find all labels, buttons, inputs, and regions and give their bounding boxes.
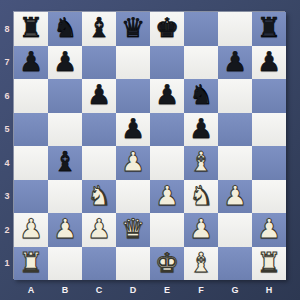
square-e7[interactable] — [150, 46, 184, 80]
square-f6[interactable]: ♞ — [184, 79, 218, 113]
square-d8[interactable]: ♛ — [116, 12, 150, 46]
square-h3[interactable] — [252, 180, 286, 214]
square-a2[interactable]: ♟ — [14, 213, 48, 247]
square-h7[interactable]: ♟ — [252, 46, 286, 80]
rank-label-7: 7 — [0, 46, 14, 80]
square-b4[interactable]: ♝ — [48, 146, 82, 180]
black-knight-b8[interactable]: ♞ — [53, 14, 77, 41]
black-pawn-h7[interactable]: ♟ — [257, 48, 281, 75]
file-label-b: B — [48, 281, 82, 298]
white-knight-f3[interactable]: ♞ — [189, 182, 213, 209]
white-pawn-a2[interactable]: ♟ — [19, 215, 43, 242]
square-d4[interactable]: ♟ — [116, 146, 150, 180]
square-f8[interactable] — [184, 12, 218, 46]
square-e3[interactable]: ♟ — [150, 180, 184, 214]
white-pawn-b2[interactable]: ♟ — [53, 215, 77, 242]
square-b7[interactable]: ♟ — [48, 46, 82, 80]
black-pawn-g7[interactable]: ♟ — [223, 48, 247, 75]
square-b1[interactable] — [48, 247, 82, 281]
black-pawn-a7[interactable]: ♟ — [19, 48, 43, 75]
square-f4[interactable]: ♝ — [184, 146, 218, 180]
black-bishop-c8[interactable]: ♝ — [87, 14, 111, 41]
square-a6[interactable] — [14, 79, 48, 113]
white-pawn-d4[interactable]: ♟ — [121, 148, 145, 175]
rank-label-3: 3 — [0, 180, 14, 214]
square-a8[interactable]: ♜ — [14, 12, 48, 46]
file-label-d: D — [116, 281, 150, 298]
white-bishop-f1[interactable]: ♝ — [189, 249, 213, 276]
white-pawn-e3[interactable]: ♟ — [155, 182, 179, 209]
square-e4[interactable] — [150, 146, 184, 180]
file-labels: ABCDEFGH — [14, 281, 286, 298]
square-g2[interactable] — [218, 213, 252, 247]
rank-label-6: 6 — [0, 79, 14, 113]
square-e6[interactable]: ♟ — [150, 79, 184, 113]
file-label-f: F — [184, 281, 218, 298]
square-e1[interactable]: ♚ — [150, 247, 184, 281]
file-label-g: G — [218, 281, 252, 298]
square-g4[interactable] — [218, 146, 252, 180]
white-rook-a1[interactable]: ♜ — [19, 249, 43, 276]
black-pawn-f5[interactable]: ♟ — [189, 115, 213, 142]
square-e2[interactable] — [150, 213, 184, 247]
white-rook-h1[interactable]: ♜ — [257, 249, 281, 276]
white-king-e1[interactable]: ♚ — [155, 249, 179, 276]
square-f7[interactable] — [184, 46, 218, 80]
square-h2[interactable]: ♟ — [252, 213, 286, 247]
rank-labels: 87654321 — [0, 12, 14, 280]
square-h6[interactable] — [252, 79, 286, 113]
square-b6[interactable] — [48, 79, 82, 113]
square-f5[interactable]: ♟ — [184, 113, 218, 147]
chess-board: ♜♞♝♛♚♜♟♟♟♟♟♟♞♟♟♝♟♝♞♟♞♟♟♟♟♛♟♟♜♚♝♜ — [14, 12, 286, 280]
white-knight-c3[interactable]: ♞ — [87, 182, 111, 209]
square-a3[interactable] — [14, 180, 48, 214]
file-label-h: H — [252, 281, 286, 298]
black-knight-f6[interactable]: ♞ — [189, 81, 213, 108]
rank-label-8: 8 — [0, 12, 14, 46]
square-d6[interactable] — [116, 79, 150, 113]
square-f3[interactable]: ♞ — [184, 180, 218, 214]
white-queen-d2[interactable]: ♛ — [121, 215, 145, 242]
square-c5[interactable] — [82, 113, 116, 147]
black-pawn-e6[interactable]: ♟ — [155, 81, 179, 108]
square-g3[interactable]: ♟ — [218, 180, 252, 214]
rank-label-4: 4 — [0, 146, 14, 180]
square-c3[interactable]: ♞ — [82, 180, 116, 214]
black-rook-h8[interactable]: ♜ — [257, 14, 281, 41]
file-label-c: C — [82, 281, 116, 298]
white-pawn-c2[interactable]: ♟ — [87, 215, 111, 242]
black-queen-d8[interactable]: ♛ — [121, 14, 145, 41]
square-d3[interactable] — [116, 180, 150, 214]
square-h8[interactable]: ♜ — [252, 12, 286, 46]
square-g7[interactable]: ♟ — [218, 46, 252, 80]
square-a7[interactable]: ♟ — [14, 46, 48, 80]
square-c2[interactable]: ♟ — [82, 213, 116, 247]
chess-diagram-frame: 87654321 ♜♞♝♛♚♜♟♟♟♟♟♟♞♟♟♝♟♝♞♟♞♟♟♟♟♛♟♟♜♚♝… — [0, 0, 300, 300]
square-g1[interactable] — [218, 247, 252, 281]
square-h1[interactable]: ♜ — [252, 247, 286, 281]
square-d1[interactable] — [116, 247, 150, 281]
square-h5[interactable] — [252, 113, 286, 147]
square-a1[interactable]: ♜ — [14, 247, 48, 281]
square-e5[interactable] — [150, 113, 184, 147]
white-bishop-f4[interactable]: ♝ — [189, 148, 213, 175]
black-pawn-d5[interactable]: ♟ — [121, 115, 145, 142]
square-d2[interactable]: ♛ — [116, 213, 150, 247]
square-b8[interactable]: ♞ — [48, 12, 82, 46]
square-d5[interactable]: ♟ — [116, 113, 150, 147]
square-g6[interactable] — [218, 79, 252, 113]
rank-label-2: 2 — [0, 213, 14, 247]
square-a5[interactable] — [14, 113, 48, 147]
black-pawn-b7[interactable]: ♟ — [53, 48, 77, 75]
square-c7[interactable] — [82, 46, 116, 80]
black-bishop-b4[interactable]: ♝ — [53, 148, 77, 175]
square-c6[interactable]: ♟ — [82, 79, 116, 113]
black-pawn-c6[interactable]: ♟ — [87, 81, 111, 108]
square-d7[interactable] — [116, 46, 150, 80]
square-c4[interactable] — [82, 146, 116, 180]
square-c1[interactable] — [82, 247, 116, 281]
square-b5[interactable] — [48, 113, 82, 147]
square-a4[interactable] — [14, 146, 48, 180]
rank-label-1: 1 — [0, 247, 14, 281]
square-h4[interactable] — [252, 146, 286, 180]
square-e8[interactable]: ♚ — [150, 12, 184, 46]
rank-label-5: 5 — [0, 113, 14, 147]
square-g5[interactable] — [218, 113, 252, 147]
square-f2[interactable]: ♟ — [184, 213, 218, 247]
black-rook-a8[interactable]: ♜ — [19, 14, 43, 41]
white-pawn-f2[interactable]: ♟ — [189, 215, 213, 242]
white-pawn-h2[interactable]: ♟ — [257, 215, 281, 242]
black-king-e8[interactable]: ♚ — [155, 14, 179, 41]
square-b3[interactable] — [48, 180, 82, 214]
square-b2[interactable]: ♟ — [48, 213, 82, 247]
square-f1[interactable]: ♝ — [184, 247, 218, 281]
file-label-a: A — [14, 281, 48, 298]
square-c8[interactable]: ♝ — [82, 12, 116, 46]
square-g8[interactable] — [218, 12, 252, 46]
white-pawn-g3[interactable]: ♟ — [223, 182, 247, 209]
file-label-e: E — [150, 281, 184, 298]
